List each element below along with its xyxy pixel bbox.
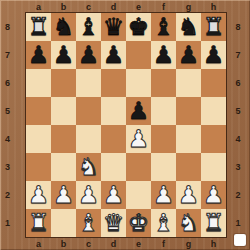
- piece-white-pawn[interactable]: ♟: [53, 181, 75, 209]
- square-b8[interactable]: ♞: [51, 13, 76, 41]
- piece-white-pawn[interactable]: ♟: [128, 125, 150, 153]
- piece-white-pawn[interactable]: ♟: [153, 181, 175, 209]
- piece-black-pawn[interactable]: ♟: [203, 41, 225, 69]
- square-d8[interactable]: ♛: [101, 13, 126, 41]
- rank-label-7: 7: [226, 41, 250, 69]
- piece-black-king[interactable]: ♚: [128, 13, 150, 41]
- square-h2[interactable]: ♟: [201, 181, 226, 209]
- square-g2[interactable]: ♟: [176, 181, 201, 209]
- file-label-b: b: [51, 237, 76, 250]
- file-label-a: a: [26, 237, 51, 250]
- rank-label-6: 6: [0, 69, 15, 97]
- piece-black-knight[interactable]: ♞: [178, 13, 200, 41]
- rank-labels-left: 87654321: [0, 13, 15, 237]
- turn-indicator: [234, 234, 246, 246]
- square-h1[interactable]: ♜: [201, 209, 226, 237]
- square-c8[interactable]: ♝: [76, 13, 101, 41]
- file-label-f: f: [151, 0, 176, 13]
- square-a4[interactable]: [26, 125, 51, 153]
- square-e8[interactable]: ♚: [126, 13, 151, 41]
- square-e1[interactable]: ♚: [126, 209, 151, 237]
- file-labels-top: abcdefgh: [26, 0, 226, 13]
- square-g7[interactable]: ♟: [176, 41, 201, 69]
- square-a8[interactable]: ♜: [26, 13, 51, 41]
- piece-black-queen[interactable]: ♛: [103, 13, 125, 41]
- piece-black-rook[interactable]: ♜: [28, 13, 50, 41]
- square-c3[interactable]: ♞: [76, 153, 101, 181]
- piece-black-knight[interactable]: ♞: [53, 13, 75, 41]
- rank-label-4: 4: [226, 125, 250, 153]
- square-a6[interactable]: [26, 69, 51, 97]
- square-d1[interactable]: ♛: [101, 209, 126, 237]
- rank-label-2: 2: [226, 181, 250, 209]
- rank-label-4: 4: [0, 125, 15, 153]
- square-a7[interactable]: ♟: [26, 41, 51, 69]
- square-h4[interactable]: [201, 125, 226, 153]
- square-e5[interactable]: ♟: [126, 97, 151, 125]
- file-label-e: e: [126, 0, 151, 13]
- square-e4[interactable]: ♟: [126, 125, 151, 153]
- rank-label-3: 3: [0, 153, 15, 181]
- square-g6[interactable]: [176, 69, 201, 97]
- square-h3[interactable]: [201, 153, 226, 181]
- rank-label-1: 1: [0, 209, 15, 237]
- square-c5[interactable]: [76, 97, 101, 125]
- piece-white-pawn[interactable]: ♟: [103, 181, 125, 209]
- file-label-e: e: [126, 237, 151, 250]
- file-label-b: b: [51, 0, 76, 13]
- piece-white-bishop[interactable]: ♝: [78, 209, 100, 237]
- piece-white-knight[interactable]: ♞: [178, 209, 200, 237]
- square-f4[interactable]: [151, 125, 176, 153]
- square-f7[interactable]: ♟: [151, 41, 176, 69]
- piece-white-pawn[interactable]: ♟: [28, 181, 50, 209]
- piece-black-pawn[interactable]: ♟: [128, 97, 150, 125]
- square-b7[interactable]: ♟: [51, 41, 76, 69]
- square-c6[interactable]: [76, 69, 101, 97]
- rank-label-2: 2: [0, 181, 15, 209]
- square-c4[interactable]: [76, 125, 101, 153]
- chess-board-frame: abcdefgh abcdefgh 87654321 87654321 ♜♞♝♛…: [0, 0, 250, 250]
- square-f8[interactable]: ♝: [151, 13, 176, 41]
- square-h8[interactable]: ♜: [201, 13, 226, 41]
- square-d2[interactable]: ♟: [101, 181, 126, 209]
- file-label-g: g: [176, 0, 201, 13]
- piece-black-bishop[interactable]: ♝: [153, 13, 175, 41]
- square-c7[interactable]: ♟: [76, 41, 101, 69]
- square-g5[interactable]: [176, 97, 201, 125]
- rank-label-1: 1: [226, 209, 250, 237]
- piece-white-knight[interactable]: ♞: [78, 153, 100, 181]
- piece-white-bishop[interactable]: ♝: [153, 209, 175, 237]
- piece-black-pawn[interactable]: ♟: [178, 41, 200, 69]
- rank-label-7: 7: [0, 41, 15, 69]
- file-label-h: h: [201, 237, 226, 250]
- rank-label-3: 3: [226, 153, 250, 181]
- square-b3[interactable]: [51, 153, 76, 181]
- piece-black-pawn[interactable]: ♟: [153, 41, 175, 69]
- piece-black-bishop[interactable]: ♝: [78, 13, 100, 41]
- file-label-c: c: [76, 237, 101, 250]
- rank-labels-right: 87654321: [226, 13, 250, 237]
- square-a2[interactable]: ♟: [26, 181, 51, 209]
- square-f6[interactable]: [151, 69, 176, 97]
- square-g8[interactable]: ♞: [176, 13, 201, 41]
- piece-black-pawn[interactable]: ♟: [103, 41, 125, 69]
- square-b6[interactable]: [51, 69, 76, 97]
- square-d3[interactable]: [101, 153, 126, 181]
- piece-black-pawn[interactable]: ♟: [78, 41, 100, 69]
- piece-white-queen[interactable]: ♛: [103, 209, 125, 237]
- square-g4[interactable]: [176, 125, 201, 153]
- square-f5[interactable]: [151, 97, 176, 125]
- square-f2[interactable]: ♟: [151, 181, 176, 209]
- file-label-g: g: [176, 237, 201, 250]
- file-label-c: c: [76, 0, 101, 13]
- piece-white-rook[interactable]: ♜: [28, 209, 50, 237]
- square-h6[interactable]: [201, 69, 226, 97]
- file-label-f: f: [151, 237, 176, 250]
- piece-black-pawn[interactable]: ♟: [53, 41, 75, 69]
- piece-black-rook[interactable]: ♜: [203, 13, 225, 41]
- file-label-d: d: [101, 0, 126, 13]
- square-g3[interactable]: [176, 153, 201, 181]
- piece-white-rook[interactable]: ♜: [203, 209, 225, 237]
- square-b1[interactable]: [51, 209, 76, 237]
- square-d6[interactable]: [101, 69, 126, 97]
- square-f1[interactable]: ♝: [151, 209, 176, 237]
- square-d5[interactable]: [101, 97, 126, 125]
- square-b2[interactable]: ♟: [51, 181, 76, 209]
- file-labels-bottom: abcdefgh: [26, 237, 226, 250]
- square-a3[interactable]: [26, 153, 51, 181]
- rank-label-5: 5: [0, 97, 15, 125]
- piece-white-pawn[interactable]: ♟: [78, 181, 100, 209]
- file-label-d: d: [101, 237, 126, 250]
- square-e7[interactable]: [126, 41, 151, 69]
- square-f3[interactable]: [151, 153, 176, 181]
- square-g1[interactable]: ♞: [176, 209, 201, 237]
- rank-label-8: 8: [0, 13, 15, 41]
- square-e6[interactable]: [126, 69, 151, 97]
- rank-label-6: 6: [226, 69, 250, 97]
- piece-white-pawn[interactable]: ♟: [178, 181, 200, 209]
- square-d4[interactable]: [101, 125, 126, 153]
- rank-label-8: 8: [226, 13, 250, 41]
- square-b5[interactable]: [51, 97, 76, 125]
- piece-white-king[interactable]: ♚: [128, 209, 150, 237]
- board: ♜♞♝♛♚♝♞♜♟♟♟♟♟♟♟♟♟♞♟♟♟♟♟♟♟♜♝♛♚♝♞♜: [26, 13, 226, 237]
- square-c1[interactable]: ♝: [76, 209, 101, 237]
- square-a5[interactable]: [26, 97, 51, 125]
- file-label-a: a: [26, 0, 51, 13]
- square-h5[interactable]: [201, 97, 226, 125]
- square-d7[interactable]: ♟: [101, 41, 126, 69]
- piece-white-pawn[interactable]: ♟: [203, 181, 225, 209]
- square-h7[interactable]: ♟: [201, 41, 226, 69]
- rank-label-5: 5: [226, 97, 250, 125]
- square-e2[interactable]: [126, 181, 151, 209]
- square-c2[interactable]: ♟: [76, 181, 101, 209]
- square-b4[interactable]: [51, 125, 76, 153]
- file-label-h: h: [201, 0, 226, 13]
- square-e3[interactable]: [126, 153, 151, 181]
- square-a1[interactable]: ♜: [26, 209, 51, 237]
- piece-black-pawn[interactable]: ♟: [28, 41, 50, 69]
